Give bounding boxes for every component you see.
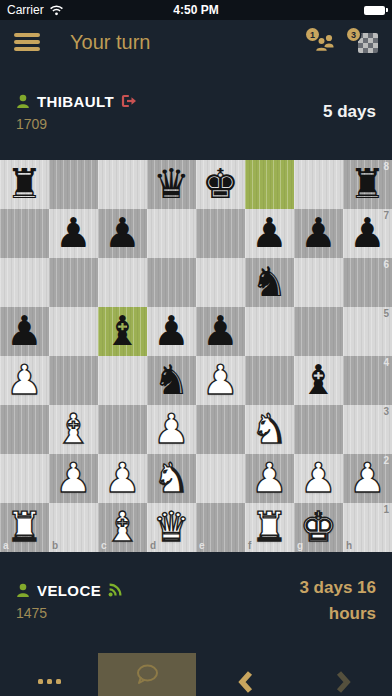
square-h8[interactable]: ♜8 xyxy=(343,160,392,209)
connection-rss-icon xyxy=(108,583,122,597)
square-a3[interactable] xyxy=(0,405,49,454)
square-h2[interactable]: ♟2 xyxy=(343,454,392,503)
square-a4[interactable]: ♟ xyxy=(0,356,49,405)
square-g7[interactable]: ♟ xyxy=(294,209,343,258)
sign-out-icon xyxy=(121,94,137,108)
square-a7[interactable] xyxy=(0,209,49,258)
more-options-button[interactable] xyxy=(0,650,98,696)
bottom-toolbar xyxy=(0,650,392,696)
square-b6[interactable] xyxy=(49,258,98,307)
piece-white-pawn: ♟ xyxy=(251,454,288,503)
piece-black-pawn: ♟ xyxy=(202,307,239,356)
piece-white-bishop: ♝ xyxy=(55,405,92,454)
square-e3[interactable] xyxy=(196,405,245,454)
clock-time: 4:50 PM xyxy=(0,3,392,17)
piece-white-pawn: ♟ xyxy=(55,454,92,503)
square-g1[interactable]: ♚g xyxy=(294,503,343,552)
square-b4[interactable] xyxy=(49,356,98,405)
file-label: b xyxy=(52,540,58,551)
rank-label: 5 xyxy=(383,308,389,319)
piece-white-bishop: ♝ xyxy=(104,503,141,552)
square-f6[interactable]: ♞ xyxy=(245,258,294,307)
square-b5[interactable] xyxy=(49,307,98,356)
user-panel: VELOCE 1475 3 days 16 hours xyxy=(0,552,392,650)
app-screen: Carrier 4:50 PM Your turn 1 xyxy=(0,0,392,696)
piece-white-pawn: ♟ xyxy=(6,356,43,405)
square-d1[interactable]: ♛d xyxy=(147,503,196,552)
square-f1[interactable]: ♜f xyxy=(245,503,294,552)
piece-white-king: ♚ xyxy=(300,503,337,552)
square-g3[interactable] xyxy=(294,405,343,454)
user-name: VELOCE xyxy=(37,582,101,599)
rank-label: 1 xyxy=(383,504,389,515)
square-e6[interactable] xyxy=(196,258,245,307)
forward-move-button[interactable] xyxy=(294,650,392,696)
square-b8[interactable] xyxy=(49,160,98,209)
square-h6[interactable]: 6 xyxy=(343,258,392,307)
rank-label: 3 xyxy=(383,406,389,417)
square-a6[interactable] xyxy=(0,258,49,307)
square-b3[interactable]: ♝ xyxy=(49,405,98,454)
piece-black-rook: ♜ xyxy=(6,160,43,209)
square-f8[interactable] xyxy=(245,160,294,209)
player-online-icon xyxy=(16,583,30,598)
user-rating: 1475 xyxy=(16,605,122,621)
piece-white-pawn: ♟ xyxy=(153,405,190,454)
square-a2[interactable] xyxy=(0,454,49,503)
piece-black-pawn: ♟ xyxy=(300,209,337,258)
piece-white-knight: ♞ xyxy=(153,454,190,503)
opponent-panel: THIBAULT 1709 5 days xyxy=(0,64,392,160)
square-d5[interactable]: ♟ xyxy=(147,307,196,356)
backward-move-button[interactable] xyxy=(196,650,294,696)
chat-bubble-icon xyxy=(132,662,162,688)
player-online-icon xyxy=(16,94,30,109)
chess-board: ♜♛♚♜8♟♟♟♟♟7♞6♟♝♟♟5♟♞♟♝4♝♟♞3♟♟♞♟♟♟2♜ab♝c♛… xyxy=(0,160,392,552)
square-g8[interactable] xyxy=(294,160,343,209)
opponent-clock: 5 days xyxy=(323,102,376,122)
square-c6[interactable] xyxy=(98,258,147,307)
square-a8[interactable]: ♜ xyxy=(0,160,49,209)
square-g4[interactable]: ♝ xyxy=(294,356,343,405)
square-e8[interactable]: ♚ xyxy=(196,160,245,209)
chat-button[interactable] xyxy=(98,653,196,696)
checkerboard-icon xyxy=(358,33,378,53)
square-g6[interactable] xyxy=(294,258,343,307)
square-e7[interactable] xyxy=(196,209,245,258)
square-g2[interactable]: ♟ xyxy=(294,454,343,503)
piece-black-knight: ♞ xyxy=(251,258,288,307)
square-c7[interactable]: ♟ xyxy=(98,209,147,258)
square-c8[interactable] xyxy=(98,160,147,209)
app-header: Your turn 1 3 xyxy=(0,20,392,64)
square-h5[interactable]: 5 xyxy=(343,307,392,356)
file-label: h xyxy=(346,540,352,551)
rank-label: 6 xyxy=(383,259,389,270)
square-f4[interactable] xyxy=(245,356,294,405)
status-bar: Carrier 4:50 PM xyxy=(0,0,392,20)
rank-label: 4 xyxy=(383,357,389,368)
square-f2[interactable]: ♟ xyxy=(245,454,294,503)
square-b1[interactable]: b xyxy=(49,503,98,552)
file-label: e xyxy=(199,540,205,551)
battery-icon xyxy=(364,6,385,15)
piece-black-knight: ♞ xyxy=(153,356,190,405)
piece-black-pawn: ♟ xyxy=(6,307,43,356)
square-e4[interactable]: ♟ xyxy=(196,356,245,405)
challenges-button[interactable]: 1 xyxy=(312,31,337,53)
games-badge: 3 xyxy=(347,28,360,41)
square-e1[interactable]: e xyxy=(196,503,245,552)
square-g5[interactable] xyxy=(294,307,343,356)
challenges-badge: 1 xyxy=(306,28,319,41)
piece-black-king: ♚ xyxy=(202,160,239,209)
piece-black-bishop: ♝ xyxy=(300,356,337,405)
piece-white-pawn: ♟ xyxy=(104,454,141,503)
piece-white-pawn: ♟ xyxy=(349,454,386,503)
piece-black-pawn: ♟ xyxy=(153,307,190,356)
square-b7[interactable]: ♟ xyxy=(49,209,98,258)
piece-black-queen: ♛ xyxy=(153,160,190,209)
page-title: Your turn xyxy=(70,31,150,54)
piece-white-rook: ♜ xyxy=(251,503,288,552)
piece-white-rook: ♜ xyxy=(6,503,43,552)
games-button[interactable]: 3 xyxy=(353,31,378,53)
chevron-left-icon xyxy=(237,670,254,694)
chevron-right-icon xyxy=(335,670,352,694)
square-h1[interactable]: 1h xyxy=(343,503,392,552)
piece-black-pawn: ♟ xyxy=(104,209,141,258)
square-e5[interactable]: ♟ xyxy=(196,307,245,356)
square-d2[interactable]: ♞ xyxy=(147,454,196,503)
square-f3[interactable]: ♞ xyxy=(245,405,294,454)
square-d3[interactable]: ♟ xyxy=(147,405,196,454)
square-c5[interactable]: ♝ xyxy=(98,307,147,356)
square-c1[interactable]: ♝c xyxy=(98,503,147,552)
opponent-name: THIBAULT xyxy=(37,93,114,110)
square-c4[interactable] xyxy=(98,356,147,405)
ellipsis-icon xyxy=(38,679,61,684)
square-d4[interactable]: ♞ xyxy=(147,356,196,405)
piece-black-pawn: ♟ xyxy=(55,209,92,258)
square-d8[interactable]: ♛ xyxy=(147,160,196,209)
square-d7[interactable] xyxy=(147,209,196,258)
piece-black-pawn: ♟ xyxy=(251,209,288,258)
piece-black-bishop: ♝ xyxy=(104,307,141,356)
square-c3[interactable] xyxy=(98,405,147,454)
square-h4[interactable]: 4 xyxy=(343,356,392,405)
square-b2[interactable]: ♟ xyxy=(49,454,98,503)
square-f7[interactable]: ♟ xyxy=(245,209,294,258)
opponent-rating: 1709 xyxy=(16,116,137,132)
piece-black-pawn: ♟ xyxy=(349,209,386,258)
menu-hamburger-icon[interactable] xyxy=(14,31,40,53)
user-clock: 3 days 16 hours xyxy=(258,575,376,628)
piece-white-pawn: ♟ xyxy=(300,454,337,503)
square-h3[interactable]: 3 xyxy=(343,405,392,454)
square-a5[interactable]: ♟ xyxy=(0,307,49,356)
square-a1[interactable]: ♜a xyxy=(0,503,49,552)
square-e2[interactable] xyxy=(196,454,245,503)
piece-white-queen: ♛ xyxy=(153,503,190,552)
square-h7[interactable]: ♟7 xyxy=(343,209,392,258)
piece-white-knight: ♞ xyxy=(251,405,288,454)
square-d6[interactable] xyxy=(147,258,196,307)
piece-white-pawn: ♟ xyxy=(202,356,239,405)
piece-black-rook: ♜ xyxy=(349,160,386,209)
square-f5[interactable] xyxy=(245,307,294,356)
square-c2[interactable]: ♟ xyxy=(98,454,147,503)
